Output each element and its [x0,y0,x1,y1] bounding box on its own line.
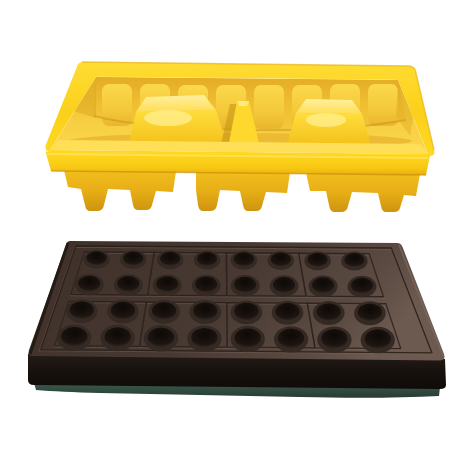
deck-hole [234,303,258,321]
deck-hole [235,328,261,348]
deck-hole [358,303,382,321]
product-photo [0,0,465,465]
deck-hole [275,303,299,321]
drum-support-left-top [136,95,216,112]
deck-hole [148,328,174,348]
deck-hole [156,276,178,292]
deck-hole [365,329,391,349]
pallet-grate-deck [28,241,446,398]
wall-rib [254,85,284,129]
deck-hole [117,276,139,292]
deck-hole [273,277,295,293]
deck-hole [123,251,143,265]
deck-hole [321,329,347,349]
deck-hole [152,302,176,320]
spill-pallet-sump [45,62,434,212]
pallet-feet [64,170,420,212]
deck-hole [307,253,327,267]
pallet-foot-center [196,172,290,212]
deck-hole [61,327,87,347]
deck-hole [78,276,100,292]
deck-hole [104,327,130,347]
drum-support-right-highlight [306,113,346,127]
center-divider-edge [237,101,249,106]
pallet-foot-right [306,173,420,213]
scene-canvas [0,0,465,465]
wall-rib [368,84,398,126]
deck-hole [312,277,334,293]
deck-hole [317,303,341,321]
deck-hole [160,252,180,266]
deck-hole [193,302,217,320]
deck-hole [197,252,217,266]
deck-hole [234,277,256,293]
deck-hole [351,278,373,294]
deck-hole [234,252,254,266]
deck-hole [111,302,135,320]
pallet-foot-left [64,170,176,211]
drum-support-left-highlight [144,110,192,126]
deck-hole [70,301,94,319]
deck-hole [86,251,106,265]
deck-hole [195,277,217,293]
drum-support-right-top [296,99,362,114]
deck-hole [344,253,364,267]
deck-hole [278,329,304,349]
tray-interior [50,77,428,154]
deck-hole [271,252,291,266]
deck-hole [191,328,217,348]
